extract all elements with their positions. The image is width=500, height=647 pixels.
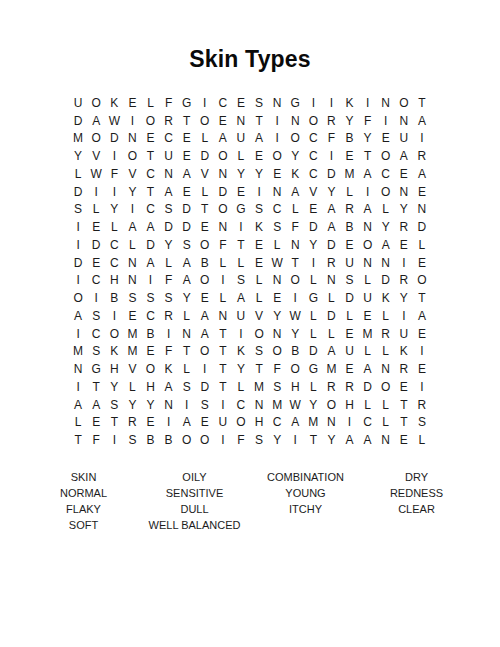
grid-cell-r19c9[interactable]: U: [214, 414, 232, 432]
grid-cell-r6c5[interactable]: T: [141, 183, 159, 201]
grid-cell-r20c2[interactable]: F: [87, 431, 105, 449]
grid-cell-r11c16[interactable]: S: [340, 272, 358, 290]
grid-cell-r3c15[interactable]: F: [322, 130, 340, 148]
grid-cell-r2c12[interactable]: I: [268, 112, 286, 130]
grid-cell-r8c19[interactable]: R: [395, 218, 413, 236]
grid-cell-r9c17[interactable]: O: [359, 236, 377, 254]
grid-cell-r1c7[interactable]: G: [178, 94, 196, 112]
grid-cell-r5c10[interactable]: Y: [232, 165, 250, 183]
grid-cell-r16c20[interactable]: E: [413, 360, 431, 378]
grid-cell-r17c10[interactable]: L: [232, 378, 250, 396]
grid-cell-r5c16[interactable]: M: [340, 165, 358, 183]
grid-cell-r10c4[interactable]: N: [123, 254, 141, 272]
grid-cell-r15c3[interactable]: K: [105, 343, 123, 361]
grid-cell-r12c13[interactable]: I: [286, 289, 304, 307]
grid-cell-r20c16[interactable]: A: [340, 431, 358, 449]
grid-cell-r10c19[interactable]: I: [395, 254, 413, 272]
grid-cell-r13c6[interactable]: R: [160, 307, 178, 325]
grid-cell-r2c11[interactable]: T: [250, 112, 268, 130]
grid-cell-r13c10[interactable]: U: [232, 307, 250, 325]
grid-cell-r12c17[interactable]: U: [359, 289, 377, 307]
grid-cell-r15c11[interactable]: S: [250, 343, 268, 361]
grid-cell-r6c18[interactable]: O: [377, 183, 395, 201]
grid-cell-r1c16[interactable]: K: [340, 94, 358, 112]
grid-cell-r2c16[interactable]: Y: [340, 112, 358, 130]
grid-cell-r20c18[interactable]: N: [377, 431, 395, 449]
grid-cell-r4c15[interactable]: I: [322, 147, 340, 165]
grid-cell-r15c6[interactable]: F: [160, 343, 178, 361]
grid-cell-r10c9[interactable]: L: [214, 254, 232, 272]
grid-cell-r1c12[interactable]: N: [268, 94, 286, 112]
grid-cell-r14c9[interactable]: T: [214, 325, 232, 343]
grid-cell-r6c4[interactable]: Y: [123, 183, 141, 201]
grid-cell-r12c7[interactable]: Y: [178, 289, 196, 307]
grid-cell-r6c1[interactable]: D: [69, 183, 87, 201]
grid-cell-r3c13[interactable]: O: [286, 130, 304, 148]
grid-cell-r3c6[interactable]: C: [160, 130, 178, 148]
grid-cell-r7c1[interactable]: S: [69, 201, 87, 219]
grid-cell-r1c18[interactable]: N: [377, 94, 395, 112]
grid-cell-r16c14[interactable]: G: [304, 360, 322, 378]
grid-cell-r11c7[interactable]: A: [178, 272, 196, 290]
grid-cell-r17c1[interactable]: I: [69, 378, 87, 396]
grid-cell-r15c14[interactable]: D: [304, 343, 322, 361]
grid-cell-r18c12[interactable]: M: [268, 396, 286, 414]
grid-cell-r3c1[interactable]: M: [69, 130, 87, 148]
grid-cell-r13c20[interactable]: A: [413, 307, 431, 325]
grid-cell-r9c7[interactable]: S: [178, 236, 196, 254]
grid-cell-r15c2[interactable]: S: [87, 343, 105, 361]
grid-cell-r17c14[interactable]: L: [304, 378, 322, 396]
grid-cell-r19c19[interactable]: T: [395, 414, 413, 432]
grid-cell-r2c4[interactable]: I: [123, 112, 141, 130]
grid-cell-r12c12[interactable]: E: [268, 289, 286, 307]
grid-cell-r12c3[interactable]: B: [105, 289, 123, 307]
grid-cell-r15c16[interactable]: U: [340, 343, 358, 361]
grid-cell-r18c7[interactable]: I: [178, 396, 196, 414]
grid-cell-r12c9[interactable]: L: [214, 289, 232, 307]
grid-cell-r3c2[interactable]: O: [87, 130, 105, 148]
grid-cell-r16c3[interactable]: H: [105, 360, 123, 378]
grid-cell-r9c14[interactable]: Y: [304, 236, 322, 254]
grid-cell-r9c12[interactable]: L: [268, 236, 286, 254]
grid-cell-r15c17[interactable]: L: [359, 343, 377, 361]
grid-cell-r3c9[interactable]: A: [214, 130, 232, 148]
grid-cell-r19c12[interactable]: C: [268, 414, 286, 432]
grid-cell-r12c11[interactable]: L: [250, 289, 268, 307]
grid-cell-r10c7[interactable]: A: [178, 254, 196, 272]
grid-cell-r18c18[interactable]: L: [377, 396, 395, 414]
grid-cell-r4c20[interactable]: R: [413, 147, 431, 165]
grid-cell-r9c4[interactable]: L: [123, 236, 141, 254]
grid-cell-r20c19[interactable]: E: [395, 431, 413, 449]
grid-cell-r7c4[interactable]: I: [123, 201, 141, 219]
grid-cell-r20c1[interactable]: T: [69, 431, 87, 449]
grid-cell-r16c2[interactable]: G: [87, 360, 105, 378]
grid-cell-r8c8[interactable]: E: [196, 218, 214, 236]
grid-cell-r1c13[interactable]: G: [286, 94, 304, 112]
grid-cell-r5c7[interactable]: A: [178, 165, 196, 183]
grid-cell-r11c15[interactable]: N: [322, 272, 340, 290]
grid-cell-r10c17[interactable]: N: [359, 254, 377, 272]
grid-cell-r18c9[interactable]: I: [214, 396, 232, 414]
grid-cell-r19c8[interactable]: E: [196, 414, 214, 432]
grid-cell-r12c20[interactable]: T: [413, 289, 431, 307]
grid-cell-r3c18[interactable]: E: [377, 130, 395, 148]
grid-cell-r4c16[interactable]: E: [340, 147, 358, 165]
grid-cell-r16c13[interactable]: O: [286, 360, 304, 378]
grid-cell-r5c4[interactable]: V: [123, 165, 141, 183]
grid-cell-r11c17[interactable]: L: [359, 272, 377, 290]
grid-cell-r14c18[interactable]: R: [377, 325, 395, 343]
grid-cell-r11c12[interactable]: N: [268, 272, 286, 290]
grid-cell-r11c20[interactable]: O: [413, 272, 431, 290]
grid-cell-r1c19[interactable]: O: [395, 94, 413, 112]
grid-cell-r8c6[interactable]: D: [160, 218, 178, 236]
grid-cell-r3c8[interactable]: L: [196, 130, 214, 148]
grid-cell-r4c12[interactable]: O: [268, 147, 286, 165]
grid-cell-r1c8[interactable]: I: [196, 94, 214, 112]
grid-cell-r4c9[interactable]: O: [214, 147, 232, 165]
grid-cell-r16c16[interactable]: E: [340, 360, 358, 378]
grid-cell-r14c17[interactable]: M: [359, 325, 377, 343]
grid-cell-r1c2[interactable]: O: [87, 94, 105, 112]
grid-cell-r14c5[interactable]: B: [141, 325, 159, 343]
grid-cell-r6c3[interactable]: I: [105, 183, 123, 201]
grid-cell-r18c17[interactable]: L: [359, 396, 377, 414]
grid-cell-r4c18[interactable]: O: [377, 147, 395, 165]
grid-cell-r2c2[interactable]: A: [87, 112, 105, 130]
grid-cell-r10c14[interactable]: I: [304, 254, 322, 272]
grid-cell-r16c12[interactable]: F: [268, 360, 286, 378]
grid-cell-r20c14[interactable]: T: [304, 431, 322, 449]
grid-cell-r15c15[interactable]: A: [322, 343, 340, 361]
grid-cell-r5c18[interactable]: C: [377, 165, 395, 183]
grid-cell-r14c19[interactable]: U: [395, 325, 413, 343]
grid-cell-r13c2[interactable]: S: [87, 307, 105, 325]
grid-cell-r7c3[interactable]: Y: [105, 201, 123, 219]
grid-cell-r13c9[interactable]: N: [214, 307, 232, 325]
grid-cell-r3c17[interactable]: Y: [359, 130, 377, 148]
grid-cell-r10c11[interactable]: E: [250, 254, 268, 272]
grid-cell-r12c16[interactable]: D: [340, 289, 358, 307]
grid-cell-r17c8[interactable]: D: [196, 378, 214, 396]
grid-cell-r16c18[interactable]: N: [377, 360, 395, 378]
grid-cell-r6c13[interactable]: A: [286, 183, 304, 201]
grid-cell-r6c14[interactable]: V: [304, 183, 322, 201]
grid-cell-r19c1[interactable]: L: [69, 414, 87, 432]
grid-cell-r18c19[interactable]: T: [395, 396, 413, 414]
grid-cell-r7c16[interactable]: R: [340, 201, 358, 219]
grid-cell-r2c5[interactable]: O: [141, 112, 159, 130]
grid-cell-r15c5[interactable]: E: [141, 343, 159, 361]
grid-cell-r20c5[interactable]: B: [141, 431, 159, 449]
grid-cell-r9c16[interactable]: E: [340, 236, 358, 254]
grid-cell-r4c1[interactable]: Y: [69, 147, 87, 165]
grid-cell-r14c2[interactable]: C: [87, 325, 105, 343]
grid-cell-r4c2[interactable]: V: [87, 147, 105, 165]
grid-cell-r5c1[interactable]: L: [69, 165, 87, 183]
grid-cell-r9c13[interactable]: N: [286, 236, 304, 254]
grid-cell-r12c5[interactable]: S: [141, 289, 159, 307]
grid-cell-r13c12[interactable]: Y: [268, 307, 286, 325]
grid-cell-r9c5[interactable]: D: [141, 236, 159, 254]
grid-cell-r20c10[interactable]: F: [232, 431, 250, 449]
grid-cell-r13c13[interactable]: W: [286, 307, 304, 325]
grid-cell-r4c5[interactable]: T: [141, 147, 159, 165]
grid-cell-r17c13[interactable]: H: [286, 378, 304, 396]
grid-cell-r7c7[interactable]: D: [178, 201, 196, 219]
grid-cell-r15c9[interactable]: T: [214, 343, 232, 361]
grid-cell-r1c14[interactable]: I: [304, 94, 322, 112]
grid-cell-r11c19[interactable]: R: [395, 272, 413, 290]
grid-cell-r14c14[interactable]: L: [304, 325, 322, 343]
grid-cell-r20c6[interactable]: B: [160, 431, 178, 449]
grid-cell-r7c17[interactable]: A: [359, 201, 377, 219]
grid-cell-r12c4[interactable]: S: [123, 289, 141, 307]
grid-cell-r5c19[interactable]: E: [395, 165, 413, 183]
grid-cell-r17c17[interactable]: D: [359, 378, 377, 396]
grid-cell-r6c20[interactable]: E: [413, 183, 431, 201]
grid-cell-r10c6[interactable]: L: [160, 254, 178, 272]
grid-cell-r2c15[interactable]: R: [322, 112, 340, 130]
grid-cell-r16c9[interactable]: T: [214, 360, 232, 378]
grid-cell-r16c19[interactable]: R: [395, 360, 413, 378]
grid-cell-r19c11[interactable]: H: [250, 414, 268, 432]
grid-cell-r6c10[interactable]: E: [232, 183, 250, 201]
grid-cell-r13c14[interactable]: L: [304, 307, 322, 325]
grid-cell-r4c6[interactable]: U: [160, 147, 178, 165]
grid-cell-r1c6[interactable]: F: [160, 94, 178, 112]
grid-cell-r4c14[interactable]: C: [304, 147, 322, 165]
grid-cell-r6c15[interactable]: Y: [322, 183, 340, 201]
grid-cell-r15c13[interactable]: B: [286, 343, 304, 361]
grid-cell-r16c11[interactable]: T: [250, 360, 268, 378]
grid-cell-r18c8[interactable]: S: [196, 396, 214, 414]
grid-cell-r20c15[interactable]: Y: [322, 431, 340, 449]
grid-cell-r6c19[interactable]: N: [395, 183, 413, 201]
grid-cell-r16c1[interactable]: N: [69, 360, 87, 378]
grid-cell-r13c8[interactable]: A: [196, 307, 214, 325]
grid-cell-r6c9[interactable]: D: [214, 183, 232, 201]
grid-cell-r8c11[interactable]: K: [250, 218, 268, 236]
grid-cell-r17c18[interactable]: O: [377, 378, 395, 396]
grid-cell-r16c15[interactable]: M: [322, 360, 340, 378]
grid-cell-r19c16[interactable]: I: [340, 414, 358, 432]
grid-cell-r9c15[interactable]: D: [322, 236, 340, 254]
grid-cell-r11c8[interactable]: O: [196, 272, 214, 290]
grid-cell-r16c8[interactable]: I: [196, 360, 214, 378]
grid-cell-r5c14[interactable]: C: [304, 165, 322, 183]
grid-cell-r9c10[interactable]: T: [232, 236, 250, 254]
grid-cell-r3c20[interactable]: I: [413, 130, 431, 148]
grid-cell-r18c4[interactable]: Y: [123, 396, 141, 414]
grid-cell-r18c14[interactable]: Y: [304, 396, 322, 414]
grid-cell-r18c2[interactable]: A: [87, 396, 105, 414]
grid-cell-r17c16[interactable]: R: [340, 378, 358, 396]
grid-cell-r8c9[interactable]: N: [214, 218, 232, 236]
grid-cell-r6c8[interactable]: L: [196, 183, 214, 201]
grid-cell-r4c8[interactable]: D: [196, 147, 214, 165]
grid-cell-r5c12[interactable]: E: [268, 165, 286, 183]
grid-cell-r17c5[interactable]: H: [141, 378, 159, 396]
grid-cell-r2c14[interactable]: O: [304, 112, 322, 130]
grid-cell-r12c15[interactable]: L: [322, 289, 340, 307]
grid-cell-r14c3[interactable]: O: [105, 325, 123, 343]
grid-cell-r17c6[interactable]: A: [160, 378, 178, 396]
grid-cell-r18c13[interactable]: W: [286, 396, 304, 414]
grid-cell-r9c20[interactable]: L: [413, 236, 431, 254]
grid-cell-r13c4[interactable]: E: [123, 307, 141, 325]
grid-cell-r9c1[interactable]: I: [69, 236, 87, 254]
grid-cell-r8c10[interactable]: I: [232, 218, 250, 236]
grid-cell-r20c12[interactable]: Y: [268, 431, 286, 449]
grid-cell-r8c4[interactable]: A: [123, 218, 141, 236]
grid-cell-r10c20[interactable]: E: [413, 254, 431, 272]
grid-cell-r11c9[interactable]: I: [214, 272, 232, 290]
grid-cell-r7c5[interactable]: C: [141, 201, 159, 219]
grid-cell-r16c5[interactable]: O: [141, 360, 159, 378]
grid-cell-r17c7[interactable]: S: [178, 378, 196, 396]
grid-cell-r19c6[interactable]: I: [160, 414, 178, 432]
grid-cell-r16c7[interactable]: L: [178, 360, 196, 378]
grid-cell-r5c8[interactable]: V: [196, 165, 214, 183]
grid-cell-r8c2[interactable]: E: [87, 218, 105, 236]
grid-cell-r5c9[interactable]: N: [214, 165, 232, 183]
grid-cell-r11c3[interactable]: H: [105, 272, 123, 290]
grid-cell-r7c20[interactable]: N: [413, 201, 431, 219]
grid-cell-r3c14[interactable]: C: [304, 130, 322, 148]
grid-cell-r18c15[interactable]: O: [322, 396, 340, 414]
grid-cell-r18c20[interactable]: R: [413, 396, 431, 414]
grid-cell-r2c1[interactable]: D: [69, 112, 87, 130]
grid-cell-r4c4[interactable]: O: [123, 147, 141, 165]
grid-cell-r1c5[interactable]: L: [141, 94, 159, 112]
grid-cell-r19c13[interactable]: A: [286, 414, 304, 432]
grid-cell-r7c12[interactable]: C: [268, 201, 286, 219]
grid-cell-r9c18[interactable]: A: [377, 236, 395, 254]
grid-cell-r13c18[interactable]: L: [377, 307, 395, 325]
grid-cell-r2c3[interactable]: W: [105, 112, 123, 130]
grid-cell-r2c6[interactable]: R: [160, 112, 178, 130]
grid-cell-r13c15[interactable]: D: [322, 307, 340, 325]
grid-cell-r6c11[interactable]: I: [250, 183, 268, 201]
grid-cell-r13c1[interactable]: A: [69, 307, 87, 325]
grid-cell-r4c3[interactable]: I: [105, 147, 123, 165]
grid-cell-r10c15[interactable]: R: [322, 254, 340, 272]
grid-cell-r4c19[interactable]: A: [395, 147, 413, 165]
grid-cell-r20c13[interactable]: I: [286, 431, 304, 449]
grid-cell-r1c11[interactable]: S: [250, 94, 268, 112]
grid-cell-r11c13[interactable]: O: [286, 272, 304, 290]
grid-cell-r11c10[interactable]: S: [232, 272, 250, 290]
grid-cell-r12c14[interactable]: G: [304, 289, 322, 307]
grid-cell-r8c20[interactable]: D: [413, 218, 431, 236]
grid-cell-r19c3[interactable]: T: [105, 414, 123, 432]
grid-cell-r7c14[interactable]: E: [304, 201, 322, 219]
grid-cell-r3c3[interactable]: D: [105, 130, 123, 148]
grid-cell-r2c20[interactable]: A: [413, 112, 431, 130]
grid-cell-r15c19[interactable]: K: [395, 343, 413, 361]
grid-cell-r13c17[interactable]: E: [359, 307, 377, 325]
grid-cell-r7c9[interactable]: O: [214, 201, 232, 219]
grid-cell-r1c15[interactable]: I: [322, 94, 340, 112]
grid-cell-r11c2[interactable]: C: [87, 272, 105, 290]
grid-cell-r14c20[interactable]: E: [413, 325, 431, 343]
grid-cell-r3c16[interactable]: B: [340, 130, 358, 148]
grid-cell-r11c5[interactable]: I: [141, 272, 159, 290]
grid-cell-r14c1[interactable]: I: [69, 325, 87, 343]
grid-cell-r15c8[interactable]: O: [196, 343, 214, 361]
grid-cell-r20c8[interactable]: O: [196, 431, 214, 449]
grid-cell-r10c18[interactable]: N: [377, 254, 395, 272]
grid-cell-r9c2[interactable]: D: [87, 236, 105, 254]
grid-cell-r12c10[interactable]: A: [232, 289, 250, 307]
grid-cell-r4c10[interactable]: L: [232, 147, 250, 165]
grid-cell-r1c17[interactable]: I: [359, 94, 377, 112]
grid-cell-r3c19[interactable]: U: [395, 130, 413, 148]
grid-cell-r10c1[interactable]: D: [69, 254, 87, 272]
grid-cell-r2c17[interactable]: F: [359, 112, 377, 130]
grid-cell-r7c6[interactable]: S: [160, 201, 178, 219]
grid-cell-r16c4[interactable]: V: [123, 360, 141, 378]
grid-cell-r10c2[interactable]: E: [87, 254, 105, 272]
grid-cell-r18c3[interactable]: S: [105, 396, 123, 414]
grid-cell-r20c17[interactable]: A: [359, 431, 377, 449]
grid-cell-r16c6[interactable]: K: [160, 360, 178, 378]
grid-cell-r10c13[interactable]: T: [286, 254, 304, 272]
grid-cell-r8c14[interactable]: D: [304, 218, 322, 236]
grid-cell-r3c10[interactable]: U: [232, 130, 250, 148]
grid-cell-r15c12[interactable]: O: [268, 343, 286, 361]
grid-cell-r12c1[interactable]: O: [69, 289, 87, 307]
grid-cell-r3c5[interactable]: E: [141, 130, 159, 148]
grid-cell-r12c6[interactable]: S: [160, 289, 178, 307]
grid-cell-r19c15[interactable]: N: [322, 414, 340, 432]
grid-cell-r2c10[interactable]: N: [232, 112, 250, 130]
grid-cell-r8c18[interactable]: Y: [377, 218, 395, 236]
grid-cell-r17c15[interactable]: R: [322, 378, 340, 396]
grid-cell-r2c18[interactable]: I: [377, 112, 395, 130]
grid-cell-r7c8[interactable]: T: [196, 201, 214, 219]
grid-cell-r10c3[interactable]: C: [105, 254, 123, 272]
grid-cell-r19c2[interactable]: E: [87, 414, 105, 432]
grid-cell-r14c13[interactable]: Y: [286, 325, 304, 343]
grid-cell-r2c13[interactable]: N: [286, 112, 304, 130]
grid-cell-r14c6[interactable]: I: [160, 325, 178, 343]
grid-cell-r19c17[interactable]: C: [359, 414, 377, 432]
grid-cell-r16c17[interactable]: A: [359, 360, 377, 378]
grid-cell-r2c9[interactable]: E: [214, 112, 232, 130]
grid-cell-r1c3[interactable]: K: [105, 94, 123, 112]
grid-cell-r9c9[interactable]: F: [214, 236, 232, 254]
grid-cell-r1c20[interactable]: T: [413, 94, 431, 112]
grid-cell-r11c11[interactable]: L: [250, 272, 268, 290]
grid-cell-r7c19[interactable]: Y: [395, 201, 413, 219]
grid-cell-r15c10[interactable]: K: [232, 343, 250, 361]
grid-cell-r5c6[interactable]: N: [160, 165, 178, 183]
grid-cell-r8c1[interactable]: I: [69, 218, 87, 236]
grid-cell-r17c20[interactable]: I: [413, 378, 431, 396]
grid-cell-r19c5[interactable]: E: [141, 414, 159, 432]
grid-cell-r2c7[interactable]: T: [178, 112, 196, 130]
grid-cell-r18c10[interactable]: C: [232, 396, 250, 414]
grid-cell-r8c3[interactable]: L: [105, 218, 123, 236]
grid-cell-r5c5[interactable]: C: [141, 165, 159, 183]
grid-cell-r17c11[interactable]: M: [250, 378, 268, 396]
grid-cell-r9c19[interactable]: E: [395, 236, 413, 254]
grid-cell-r20c4[interactable]: S: [123, 431, 141, 449]
